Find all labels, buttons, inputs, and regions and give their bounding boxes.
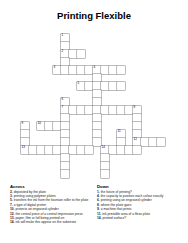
grid-blank (29, 170, 37, 178)
cell-number: 12 (134, 138, 137, 141)
grid-blank (109, 170, 117, 178)
clue-text: printing using polymer plates (14, 194, 56, 198)
grid-blank (149, 154, 157, 162)
grid-blank (157, 154, 165, 162)
grid-blank (69, 34, 77, 42)
grid-cell[interactable] (37, 146, 45, 154)
clue-text: transfers the ink from the fountain roll… (14, 198, 89, 202)
grid-blank (21, 50, 29, 58)
grid-blank (149, 106, 157, 114)
grid-cell[interactable] (77, 106, 85, 114)
grid-blank (85, 122, 93, 130)
grid-blank (141, 50, 149, 58)
grid-blank (141, 130, 149, 138)
grid-cell[interactable] (141, 138, 149, 146)
grid-blank (133, 82, 141, 90)
grid-cell[interactable]: 3 (53, 66, 61, 74)
grid-blank (45, 130, 53, 138)
grid-blank (133, 34, 141, 42)
grid-blank (133, 50, 141, 58)
grid-blank (133, 74, 141, 82)
grid-cell[interactable] (61, 170, 69, 178)
grid-blank (117, 98, 125, 106)
grid-cell[interactable] (93, 74, 101, 82)
grid-blank (101, 90, 109, 98)
grid-cell[interactable] (93, 138, 101, 146)
grid-blank (53, 130, 61, 138)
cell-number: 3 (54, 66, 56, 69)
grid-cell[interactable] (85, 82, 93, 90)
clue-text: printing using an engraved cylinder (101, 198, 152, 202)
grid-blank (125, 162, 133, 170)
grid-blank (45, 50, 53, 58)
clue-text: printed surface? (103, 216, 127, 220)
grid-blank (109, 154, 117, 162)
grid-blank (45, 106, 53, 114)
grid-cell[interactable] (45, 122, 53, 130)
grid-blank (29, 90, 37, 98)
grid-blank (37, 170, 45, 178)
grid-blank (133, 170, 141, 178)
cell-number: 1 (62, 34, 64, 37)
grid-blank (117, 74, 125, 82)
grid-cell[interactable]: 9 (21, 122, 29, 130)
grid-blank (37, 90, 45, 98)
grid-blank (21, 34, 29, 42)
grid-blank (21, 74, 29, 82)
grid-cell[interactable] (69, 50, 77, 58)
cell-number: 10 (38, 122, 41, 125)
grid-blank (29, 58, 37, 66)
grid-blank (77, 90, 85, 98)
grid-blank (101, 58, 109, 66)
grid-blank (45, 34, 53, 42)
grid-blank (109, 50, 117, 58)
grid-cell[interactable] (53, 146, 61, 154)
grid-cell[interactable]: 12 (133, 138, 141, 146)
grid-blank (69, 74, 77, 82)
grid-blank (53, 170, 61, 178)
grid-blank (37, 130, 45, 138)
grid-blank (21, 170, 29, 178)
grid-blank (149, 42, 157, 50)
grid-blank (45, 74, 53, 82)
grid-blank (149, 90, 157, 98)
grid-blank (149, 58, 157, 66)
grid-blank (149, 130, 157, 138)
grid-blank (29, 98, 37, 106)
grid-blank (117, 58, 125, 66)
grid-cell[interactable]: 7 (61, 106, 69, 114)
clue-text: protects an engraved cylinder (16, 207, 59, 211)
grid-cell[interactable] (117, 106, 125, 114)
grid-blank (37, 154, 45, 162)
grid-blank (93, 170, 101, 178)
grid-blank (69, 82, 77, 90)
grid-blank (125, 42, 133, 50)
grid-blank (141, 98, 149, 106)
cell-number: 9 (22, 122, 24, 125)
grid-blank (45, 154, 53, 162)
grid-blank (29, 66, 37, 74)
grid-blank (157, 98, 165, 106)
grid-cell[interactable] (109, 146, 117, 154)
grid-cell[interactable] (133, 122, 141, 130)
grid-blank (109, 162, 117, 170)
grid-blank (141, 58, 149, 66)
grid-blank (125, 98, 133, 106)
grid-blank (37, 58, 45, 66)
grid-blank (125, 74, 133, 82)
grid-blank (85, 50, 93, 58)
grid-cell[interactable]: 13 (21, 146, 29, 154)
grid-blank (29, 162, 37, 170)
across-clues: Across 2. deposited by the plate3. print… (10, 184, 96, 225)
clue-text: ink will make this appear on the substra… (16, 220, 76, 224)
grid-blank (149, 98, 157, 106)
grid-blank (149, 114, 157, 122)
grid-blank (157, 34, 165, 42)
grid-blank (85, 74, 93, 82)
grid-blank (149, 34, 157, 42)
clue-text: the capacity to position each colour exa… (101, 194, 164, 198)
grid-cell[interactable] (117, 138, 125, 146)
grid-blank (37, 74, 45, 82)
grid-blank (109, 34, 117, 42)
grid-blank (149, 162, 157, 170)
grid-cell[interactable]: 10 (37, 122, 45, 130)
grid-blank (125, 82, 133, 90)
grid-blank (141, 154, 149, 162)
grid-blank (37, 42, 45, 50)
grid-cell[interactable] (61, 162, 69, 170)
grid-blank (29, 106, 37, 114)
grid-cell[interactable] (149, 138, 157, 146)
grid-cell[interactable] (125, 146, 133, 154)
grid-cell[interactable] (117, 82, 125, 90)
grid-blank (21, 98, 29, 106)
grid-blank (53, 82, 61, 90)
grid-cell[interactable] (61, 138, 69, 146)
grid-blank (157, 114, 165, 122)
grid-blank (101, 42, 109, 50)
grid-cell[interactable] (93, 122, 101, 130)
grid-blank (157, 66, 165, 74)
grid-cell[interactable] (133, 114, 141, 122)
clue-text: deposited by the plate (14, 190, 46, 194)
grid-cell[interactable] (61, 66, 69, 74)
grid-blank (29, 82, 37, 90)
grid-blank (53, 98, 61, 106)
grid-blank (21, 154, 29, 162)
grid-blank (69, 58, 77, 66)
grid-blank (69, 138, 77, 146)
grid-blank (141, 146, 149, 154)
grid-blank (101, 34, 109, 42)
grid-blank (141, 170, 149, 178)
grid-blank (53, 154, 61, 162)
cell-number: 8 (134, 106, 136, 109)
grid-blank (37, 82, 45, 90)
grid-blank (125, 90, 133, 98)
grid-blank (77, 130, 85, 138)
grid-cell[interactable]: 2 (61, 50, 69, 58)
grid-cell[interactable] (101, 154, 109, 162)
grid-cell[interactable] (117, 146, 125, 154)
cell-number: 5 (78, 82, 80, 85)
grid-cell[interactable]: 5 (77, 82, 85, 90)
grid-blank (29, 138, 37, 146)
crossword-grid: 1234567891011121314 (21, 34, 165, 178)
grid-blank (53, 162, 61, 170)
grid-blank (157, 146, 165, 154)
grid-blank (53, 138, 61, 146)
grid-blank (29, 114, 37, 122)
grid-blank (157, 58, 165, 66)
grid-blank (85, 138, 93, 146)
grid-blank (37, 106, 45, 114)
grid-blank (77, 170, 85, 178)
grid-cell[interactable] (101, 66, 109, 74)
grid-blank (69, 114, 77, 122)
grid-blank (133, 154, 141, 162)
grid-blank (45, 170, 53, 178)
grid-cell[interactable] (69, 146, 77, 154)
grid-blank (109, 90, 117, 98)
grid-blank (109, 74, 117, 82)
grid-cell[interactable] (101, 106, 109, 114)
grid-cell[interactable] (133, 146, 141, 154)
grid-blank (125, 154, 133, 162)
grid-cell[interactable] (157, 138, 165, 146)
grid-blank (117, 114, 125, 122)
grid-cell[interactable]: 14 (101, 146, 109, 154)
grid-cell[interactable] (69, 106, 77, 114)
grid-blank (85, 114, 93, 122)
grid-cell[interactable] (93, 90, 101, 98)
grid-cell[interactable] (93, 130, 101, 138)
grid-cell[interactable] (85, 66, 93, 74)
grid-blank (125, 130, 133, 138)
grid-cell[interactable] (93, 82, 101, 90)
grid-blank (45, 90, 53, 98)
grid-blank (141, 106, 149, 114)
grid-cell[interactable]: 4 (93, 66, 101, 74)
grid-blank (21, 66, 29, 74)
grid-cell[interactable] (61, 146, 69, 154)
grid-blank (77, 138, 85, 146)
grid-blank (109, 114, 117, 122)
grid-cell[interactable] (101, 170, 109, 178)
clue-text: a type of digital printer (14, 203, 46, 207)
grid-cell[interactable] (61, 130, 69, 138)
grid-blank (117, 34, 125, 42)
grid-blank (141, 90, 149, 98)
grid-blank (141, 42, 149, 50)
grid-blank (37, 162, 45, 170)
grid-blank (157, 106, 165, 114)
grid-blank (85, 98, 93, 106)
grid-blank (149, 122, 157, 130)
grid-blank (45, 138, 53, 146)
grid-cell[interactable] (77, 50, 85, 58)
grid-blank (69, 90, 77, 98)
grid-blank (53, 114, 61, 122)
grid-blank (117, 154, 125, 162)
clue-text: ink printable area of a flexo plate (102, 212, 150, 216)
grid-blank (149, 50, 157, 58)
grid-blank (157, 130, 165, 138)
across-clue-14: 14. ink will make this appear on the sub… (10, 220, 96, 224)
grid-blank (45, 98, 53, 106)
grid-blank (21, 42, 29, 50)
grid-blank (133, 66, 141, 74)
grid-cell[interactable] (93, 98, 101, 106)
grid-cell[interactable]: 8 (133, 106, 141, 114)
cell-number: 7 (62, 106, 64, 109)
cell-number: 6 (62, 98, 64, 101)
grid-cell[interactable] (93, 106, 101, 114)
down-clues: Down 1. the future of printing?4. the ca… (97, 184, 185, 220)
grid-blank (157, 50, 165, 58)
cell-number: 2 (62, 50, 64, 53)
grid-blank (125, 58, 133, 66)
grid-blank (77, 98, 85, 106)
grid-blank (141, 82, 149, 90)
grid-blank (77, 162, 85, 170)
grid-blank (149, 74, 157, 82)
grid-cell[interactable] (77, 146, 85, 154)
grid-blank (117, 90, 125, 98)
grid-blank (69, 98, 77, 106)
grid-cell[interactable] (45, 146, 53, 154)
grid-blank (85, 170, 93, 178)
grid-blank (101, 122, 109, 130)
grid-blank (93, 50, 101, 58)
grid-blank (125, 50, 133, 58)
grid-blank (133, 90, 141, 98)
grid-cell[interactable] (61, 122, 69, 130)
grid-cell[interactable] (117, 66, 125, 74)
grid-blank (53, 74, 61, 82)
grid-blank (101, 98, 109, 106)
clue-text: paper, film or foil being printed on (16, 216, 65, 220)
grid-blank (37, 34, 45, 42)
grid-blank (109, 130, 117, 138)
grid-blank (141, 122, 149, 130)
grid-blank (45, 42, 53, 50)
grid-blank (29, 34, 37, 42)
grid-blank (53, 42, 61, 50)
grid-blank (149, 82, 157, 90)
grid-cell[interactable] (61, 58, 69, 66)
grid-blank (85, 162, 93, 170)
cell-number: 4 (94, 66, 96, 69)
grid-cell[interactable] (61, 114, 69, 122)
grid-blank (21, 106, 29, 114)
grid-blank (109, 42, 117, 50)
grid-blank (37, 50, 45, 58)
grid-blank (21, 90, 29, 98)
grid-blank (125, 122, 133, 130)
grid-blank (109, 138, 117, 146)
grid-blank (125, 66, 133, 74)
grid-blank (149, 170, 157, 178)
grid-blank (85, 90, 93, 98)
grid-blank (157, 90, 165, 98)
grid-cell[interactable] (101, 162, 109, 170)
grid-blank (93, 154, 101, 162)
grid-blank (133, 162, 141, 170)
grid-blank (21, 82, 29, 90)
grid-cell[interactable] (29, 146, 37, 154)
grid-blank (37, 138, 45, 146)
grid-cell[interactable] (109, 106, 117, 114)
grid-blank (117, 42, 125, 50)
grid-blank (141, 114, 149, 122)
grid-cell[interactable] (21, 130, 29, 138)
grid-blank (109, 122, 117, 130)
cell-number: 13 (22, 146, 25, 149)
grid-blank (141, 74, 149, 82)
grid-cell[interactable] (77, 66, 85, 74)
grid-blank (117, 50, 125, 58)
grid-blank (157, 42, 165, 50)
grid-blank (45, 66, 53, 74)
cell-number: 11 (118, 130, 121, 133)
grid-blank (61, 74, 69, 82)
grid-blank (109, 58, 117, 66)
grid-blank (157, 170, 165, 178)
grid-blank (125, 170, 133, 178)
grid-blank (101, 50, 109, 58)
grid-blank (77, 154, 85, 162)
grid-blank (133, 58, 141, 66)
grid-cell[interactable] (125, 106, 133, 114)
grid-cell[interactable] (53, 122, 61, 130)
grid-blank (45, 82, 53, 90)
cell-number: 14 (102, 146, 105, 149)
grid-cell[interactable]: 11 (117, 130, 125, 138)
grid-blank (149, 146, 157, 154)
grid-blank (29, 130, 37, 138)
grid-cell[interactable] (93, 114, 101, 122)
grid-blank (37, 66, 45, 74)
grid-blank (157, 82, 165, 90)
grid-blank (45, 114, 53, 122)
grid-blank (101, 74, 109, 82)
grid-blank (85, 130, 93, 138)
grid-cell[interactable] (101, 82, 109, 90)
grid-blank (125, 34, 133, 42)
grid-blank (149, 66, 157, 74)
grid-cell[interactable] (109, 82, 117, 90)
grid-cell[interactable] (85, 106, 93, 114)
grid-blank (157, 162, 165, 170)
grid-cell[interactable] (109, 66, 117, 74)
grid-blank (53, 50, 61, 58)
grid-cell[interactable] (85, 146, 93, 154)
grid-blank (93, 34, 101, 42)
puzzle-title: Printing Flexible (0, 10, 188, 21)
grid-cell[interactable] (61, 154, 69, 162)
grid-blank (77, 122, 85, 130)
grid-blank (157, 74, 165, 82)
grid-blank (69, 154, 77, 162)
grid-blank (29, 122, 37, 130)
grid-cell[interactable] (69, 66, 77, 74)
grid-cell[interactable]: 1 (61, 34, 69, 42)
